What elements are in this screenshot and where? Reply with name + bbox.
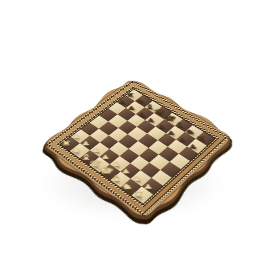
- board-base: ♜♞♝♛♚♝♞♜♟♟♟♟♟♟♟♟♟♟♟♟♟♟♟♟♜♞♝♛♚♝♞♜: [31, 71, 243, 229]
- board-grid: ♜♞♝♛♚♝♞♜♟♟♟♟♟♟♟♟♟♟♟♟♟♟♟♟♜♞♝♛♚♝♞♜: [60, 89, 214, 203]
- chess-set-photo: ♜♞♝♛♚♝♞♜♟♟♟♟♟♟♟♟♟♟♟♟♟♟♟♟♜♞♝♛♚♝♞♜: [0, 0, 263, 263]
- scene: ♜♞♝♛♚♝♞♜♟♟♟♟♟♟♟♟♟♟♟♟♟♟♟♟♜♞♝♛♚♝♞♜: [0, 0, 263, 263]
- chess-board: ♜♞♝♛♚♝♞♜♟♟♟♟♟♟♟♟♟♟♟♟♟♟♟♟♜♞♝♛♚♝♞♜: [31, 71, 243, 229]
- piece-white-knight: ♞: [120, 182, 133, 190]
- piece-white-rook: ♜: [132, 191, 144, 198]
